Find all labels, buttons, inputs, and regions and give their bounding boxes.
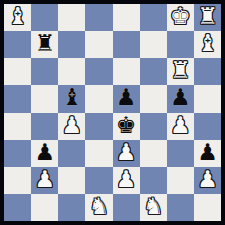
square-c1[interactable] (58, 194, 85, 221)
square-c8[interactable] (58, 4, 85, 31)
square-h5[interactable] (194, 85, 221, 112)
piece-white-bishop[interactable]: ♝ (197, 32, 218, 55)
piece-white-pawn[interactable]: ♟ (197, 168, 218, 191)
square-h4[interactable] (194, 113, 221, 140)
square-f8[interactable] (140, 4, 167, 31)
square-g8[interactable]: ♚ (167, 4, 194, 31)
square-a2[interactable] (4, 167, 31, 194)
square-f4[interactable] (140, 113, 167, 140)
piece-black-pawn[interactable]: ♟ (170, 86, 191, 109)
square-a4[interactable] (4, 113, 31, 140)
square-h2[interactable]: ♟ (194, 167, 221, 194)
square-d1[interactable]: ♞ (85, 194, 112, 221)
square-c4[interactable]: ♟ (58, 113, 85, 140)
square-e1[interactable] (113, 194, 140, 221)
square-a5[interactable] (4, 85, 31, 112)
square-a1[interactable] (4, 194, 31, 221)
square-c3[interactable] (58, 140, 85, 167)
board-frame: ♝♚♜♜♝♜♝♟♟♟♚♟♟♟♟♟♟♟♞♞ (0, 0, 225, 225)
square-c6[interactable] (58, 58, 85, 85)
square-b4[interactable] (31, 113, 58, 140)
square-f2[interactable] (140, 167, 167, 194)
square-d2[interactable] (85, 167, 112, 194)
square-f7[interactable] (140, 31, 167, 58)
piece-white-pawn[interactable]: ♟ (170, 114, 191, 137)
square-a7[interactable] (4, 31, 31, 58)
piece-white-knight[interactable]: ♞ (89, 195, 110, 218)
square-g2[interactable] (167, 167, 194, 194)
piece-black-bishop[interactable]: ♝ (62, 86, 83, 109)
square-e3[interactable]: ♟ (113, 140, 140, 167)
square-g4[interactable]: ♟ (167, 113, 194, 140)
square-g3[interactable] (167, 140, 194, 167)
square-d8[interactable] (85, 4, 112, 31)
piece-white-pawn[interactable]: ♟ (116, 168, 137, 191)
square-c5[interactable]: ♝ (58, 85, 85, 112)
square-g5[interactable]: ♟ (167, 85, 194, 112)
piece-black-king[interactable]: ♚ (116, 114, 137, 137)
square-d4[interactable] (85, 113, 112, 140)
square-b5[interactable] (31, 85, 58, 112)
square-a8[interactable]: ♝ (4, 4, 31, 31)
square-e5[interactable]: ♟ (113, 85, 140, 112)
square-e7[interactable] (113, 31, 140, 58)
square-d3[interactable] (85, 140, 112, 167)
square-g6[interactable]: ♜ (167, 58, 194, 85)
square-h3[interactable]: ♟ (194, 140, 221, 167)
piece-white-bishop[interactable]: ♝ (7, 5, 28, 28)
square-b6[interactable] (31, 58, 58, 85)
piece-white-pawn[interactable]: ♟ (62, 114, 83, 137)
square-a6[interactable] (4, 58, 31, 85)
square-c7[interactable] (58, 31, 85, 58)
square-d5[interactable] (85, 85, 112, 112)
square-b8[interactable] (31, 4, 58, 31)
square-g7[interactable] (167, 31, 194, 58)
piece-white-pawn[interactable]: ♟ (116, 141, 137, 164)
square-h6[interactable] (194, 58, 221, 85)
piece-white-pawn[interactable]: ♟ (34, 168, 55, 191)
piece-white-rook[interactable]: ♜ (170, 59, 191, 82)
piece-white-rook[interactable]: ♜ (197, 5, 218, 28)
piece-black-pawn[interactable]: ♟ (197, 141, 218, 164)
piece-black-rook[interactable]: ♜ (34, 32, 55, 55)
square-e8[interactable] (113, 4, 140, 31)
chess-board: ♝♚♜♜♝♜♝♟♟♟♚♟♟♟♟♟♟♟♞♞ (4, 4, 221, 221)
square-b1[interactable] (31, 194, 58, 221)
piece-black-pawn[interactable]: ♟ (34, 141, 55, 164)
square-f6[interactable] (140, 58, 167, 85)
square-b3[interactable]: ♟ (31, 140, 58, 167)
square-e4[interactable]: ♚ (113, 113, 140, 140)
square-a3[interactable] (4, 140, 31, 167)
square-f5[interactable] (140, 85, 167, 112)
square-g1[interactable] (167, 194, 194, 221)
square-f1[interactable]: ♞ (140, 194, 167, 221)
piece-black-pawn[interactable]: ♟ (116, 86, 137, 109)
square-d6[interactable] (85, 58, 112, 85)
square-f3[interactable] (140, 140, 167, 167)
square-h7[interactable]: ♝ (194, 31, 221, 58)
square-c2[interactable] (58, 167, 85, 194)
piece-white-king[interactable]: ♚ (170, 5, 191, 28)
square-b2[interactable]: ♟ (31, 167, 58, 194)
square-e6[interactable] (113, 58, 140, 85)
square-h1[interactable] (194, 194, 221, 221)
square-e2[interactable]: ♟ (113, 167, 140, 194)
square-b7[interactable]: ♜ (31, 31, 58, 58)
piece-white-knight[interactable]: ♞ (143, 195, 164, 218)
square-d7[interactable] (85, 31, 112, 58)
square-h8[interactable]: ♜ (194, 4, 221, 31)
